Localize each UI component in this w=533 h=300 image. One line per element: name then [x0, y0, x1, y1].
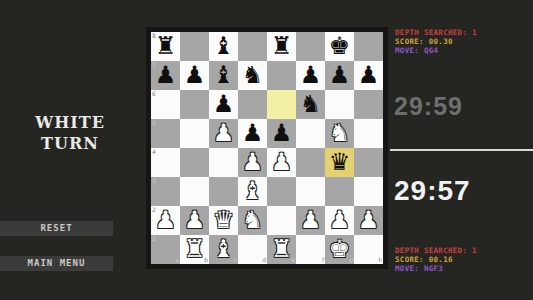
piece-bN-f6: ♞	[296, 90, 325, 119]
square-c4[interactable]	[209, 148, 238, 177]
rank-label-3: 3	[152, 178, 156, 184]
file-label-f: f	[322, 257, 324, 263]
turn-indicator: WHITE TURN	[0, 112, 140, 154]
chess-board: 8♜♝♜♚7♟♟♝♞♟♟♟6♟♞5♟♟♟♞4♟♟♛3♝2♟♟♛♞♟♟♟1ab♜c…	[146, 27, 388, 269]
file-label-g: g	[349, 257, 353, 263]
square-b5[interactable]	[180, 119, 209, 148]
black-depth-searched: DEPTH SEARCHED: 1	[395, 28, 530, 37]
square-c3[interactable]	[209, 177, 238, 206]
piece-wR-b1: ♜	[180, 235, 209, 264]
white-last-move: MOVE: NGF3	[395, 264, 530, 273]
rank-label-6: 6	[152, 91, 156, 97]
piece-wP-b2: ♟	[180, 206, 209, 235]
piece-wB-c1: ♝	[209, 235, 238, 264]
square-a3[interactable]: 3	[151, 177, 180, 206]
square-a1[interactable]: 1a	[151, 235, 180, 264]
reset-button[interactable]: RESET	[0, 221, 113, 236]
square-f3[interactable]	[296, 177, 325, 206]
piece-bK-g8: ♚	[325, 32, 354, 61]
square-d4[interactable]: ♟	[238, 148, 267, 177]
square-d7[interactable]: ♞	[238, 61, 267, 90]
square-c2[interactable]: ♛	[209, 206, 238, 235]
square-a2[interactable]: 2♟	[151, 206, 180, 235]
piece-wN-d2: ♞	[238, 206, 267, 235]
square-f7[interactable]: ♟	[296, 61, 325, 90]
rank-label-1: 1	[152, 236, 156, 242]
rank-label-8: 8	[152, 33, 156, 39]
square-f8[interactable]	[296, 32, 325, 61]
piece-bB-c7: ♝	[209, 61, 238, 90]
piece-wB-d3: ♝	[238, 177, 267, 206]
file-label-c: c	[234, 257, 237, 263]
white-clock: 29:57	[394, 175, 471, 207]
piece-wP-c5: ♟	[209, 119, 238, 148]
square-f6[interactable]: ♞	[296, 90, 325, 119]
piece-bP-a7: ♟	[151, 61, 180, 90]
square-g6[interactable]	[325, 90, 354, 119]
black-engine-info: DEPTH SEARCHED: 1 SCORE: 00.30 MOVE: QG4	[395, 28, 530, 55]
square-g7[interactable]: ♟	[325, 61, 354, 90]
square-g2[interactable]: ♟	[325, 206, 354, 235]
square-b6[interactable]	[180, 90, 209, 119]
square-h8[interactable]	[354, 32, 383, 61]
black-clock: 29:59	[394, 92, 463, 121]
rank-label-4: 4	[152, 149, 156, 155]
square-f2[interactable]: ♟	[296, 206, 325, 235]
piece-wP-f2: ♟	[296, 206, 325, 235]
piece-bR-a8: ♜	[151, 32, 180, 61]
square-g1[interactable]: g♚	[325, 235, 354, 264]
piece-wP-a2: ♟	[151, 206, 180, 235]
piece-bP-g7: ♟	[325, 61, 354, 90]
file-label-b: b	[204, 257, 208, 263]
square-b8[interactable]	[180, 32, 209, 61]
square-c6[interactable]: ♟	[209, 90, 238, 119]
piece-bP-b7: ♟	[180, 61, 209, 90]
square-b2[interactable]: ♟	[180, 206, 209, 235]
square-h4[interactable]	[354, 148, 383, 177]
square-b7[interactable]: ♟	[180, 61, 209, 90]
game-screen: WHITE TURN RESET MAIN MENU 8♜♝♜♚7♟♟♝♞♟♟♟…	[0, 0, 533, 300]
square-e5[interactable]: ♟	[267, 119, 296, 148]
piece-wR-e1: ♜	[267, 235, 296, 264]
square-e2[interactable]	[267, 206, 296, 235]
square-h1[interactable]: h	[354, 235, 383, 264]
square-a7[interactable]: 7♟	[151, 61, 180, 90]
file-label-a: a	[175, 257, 179, 263]
square-g5[interactable]: ♞	[325, 119, 354, 148]
square-e1[interactable]: e♜	[267, 235, 296, 264]
square-d1[interactable]: d	[238, 235, 267, 264]
turn-indicator-line2: TURN	[0, 133, 140, 154]
square-d6[interactable]	[238, 90, 267, 119]
piece-bP-c6: ♟	[209, 90, 238, 119]
square-c1[interactable]: c♝	[209, 235, 238, 264]
black-score: SCORE: 00.30	[395, 37, 530, 46]
square-c8[interactable]: ♝	[209, 32, 238, 61]
square-c7[interactable]: ♝	[209, 61, 238, 90]
white-engine-info: DEPTH SEARCHED: 1 SCORE: 00.16 MOVE: NGF…	[395, 246, 530, 273]
white-score: SCORE: 00.16	[395, 255, 530, 264]
square-d3[interactable]: ♝	[238, 177, 267, 206]
piece-bN-d7: ♞	[238, 61, 267, 90]
square-g8[interactable]: ♚	[325, 32, 354, 61]
main-menu-button[interactable]: MAIN MENU	[0, 256, 113, 271]
square-d2[interactable]: ♞	[238, 206, 267, 235]
square-h6[interactable]	[354, 90, 383, 119]
piece-wP-e4: ♟	[267, 148, 296, 177]
piece-bP-d5: ♟	[238, 119, 267, 148]
piece-bQ-g4: ♛	[325, 148, 354, 177]
rank-label-5: 5	[152, 120, 156, 126]
square-e8[interactable]: ♜	[267, 32, 296, 61]
square-f4[interactable]	[296, 148, 325, 177]
piece-wQ-c2: ♛	[209, 206, 238, 235]
turn-indicator-line1: WHITE	[0, 112, 140, 133]
white-depth-searched: DEPTH SEARCHED: 1	[395, 246, 530, 255]
rank-label-2: 2	[152, 207, 156, 213]
square-e6[interactable]	[267, 90, 296, 119]
square-h7[interactable]: ♟	[354, 61, 383, 90]
file-label-d: d	[262, 257, 266, 263]
square-f5[interactable]	[296, 119, 325, 148]
square-a6[interactable]: 6	[151, 90, 180, 119]
square-h2[interactable]: ♟	[354, 206, 383, 235]
square-g4[interactable]: ♛	[325, 148, 354, 177]
piece-wN-g5: ♞	[325, 119, 354, 148]
piece-bP-h7: ♟	[354, 61, 383, 90]
square-c5[interactable]: ♟	[209, 119, 238, 148]
piece-wP-d4: ♟	[238, 148, 267, 177]
piece-wP-h2: ♟	[354, 206, 383, 235]
square-a5[interactable]: 5	[151, 119, 180, 148]
square-f1[interactable]: f	[296, 235, 325, 264]
file-label-e: e	[291, 257, 295, 263]
rank-label-7: 7	[152, 62, 156, 68]
square-g3[interactable]	[325, 177, 354, 206]
square-d8[interactable]	[238, 32, 267, 61]
square-d5[interactable]: ♟	[238, 119, 267, 148]
piece-wK-g1: ♚	[325, 235, 354, 264]
black-last-move: MOVE: QG4	[395, 46, 530, 55]
square-e3[interactable]	[267, 177, 296, 206]
square-b3[interactable]	[180, 177, 209, 206]
file-label-h: h	[378, 257, 382, 263]
piece-bB-c8: ♝	[209, 32, 238, 61]
square-a4[interactable]: 4	[151, 148, 180, 177]
square-b1[interactable]: b♜	[180, 235, 209, 264]
piece-wP-g2: ♟	[325, 206, 354, 235]
clock-separator	[390, 149, 533, 151]
square-h3[interactable]	[354, 177, 383, 206]
piece-bP-e5: ♟	[267, 119, 296, 148]
square-e4[interactable]: ♟	[267, 148, 296, 177]
piece-bP-f7: ♟	[296, 61, 325, 90]
square-h5[interactable]	[354, 119, 383, 148]
square-b4[interactable]	[180, 148, 209, 177]
piece-bR-e8: ♜	[267, 32, 296, 61]
square-e7[interactable]	[267, 61, 296, 90]
square-a8[interactable]: 8♜	[151, 32, 180, 61]
